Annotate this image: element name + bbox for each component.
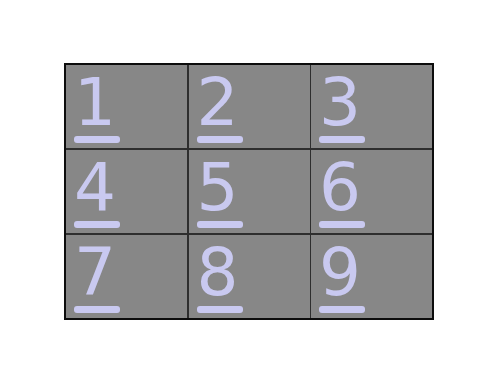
number-underline: [319, 136, 365, 143]
grid-cell-7[interactable]: 7: [66, 235, 187, 318]
number-underline: [74, 306, 120, 313]
grid-cell-3[interactable]: 3: [311, 65, 432, 148]
number-underline: [197, 221, 243, 228]
cell-number: 9: [319, 243, 361, 303]
number-underline: [74, 221, 120, 228]
grid-cell-8[interactable]: 8: [189, 235, 310, 318]
number-board: 1 2 3 4 5 6 7 8: [64, 63, 434, 320]
cell-number: 2: [197, 73, 239, 133]
cell-number: 4: [74, 158, 116, 218]
grid-cell-4[interactable]: 4: [66, 150, 187, 233]
number-underline: [197, 306, 243, 313]
grid-cell-6[interactable]: 6: [311, 150, 432, 233]
grid-cell-9[interactable]: 9: [311, 235, 432, 318]
cell-number: 3: [319, 73, 361, 133]
grid-cell-1[interactable]: 1: [66, 65, 187, 148]
cell-number: 5: [197, 158, 239, 218]
cell-number: 1: [74, 73, 116, 133]
page: 1 2 3 4 5 6 7 8: [0, 0, 500, 375]
grid-cell-5[interactable]: 5: [189, 150, 310, 233]
grid-cell-2[interactable]: 2: [189, 65, 310, 148]
number-underline: [74, 136, 120, 143]
cell-number: 7: [74, 243, 116, 303]
cell-number: 6: [319, 158, 361, 218]
number-underline: [319, 221, 365, 228]
cell-number: 8: [197, 243, 239, 303]
number-underline: [319, 306, 365, 313]
number-underline: [197, 136, 243, 143]
